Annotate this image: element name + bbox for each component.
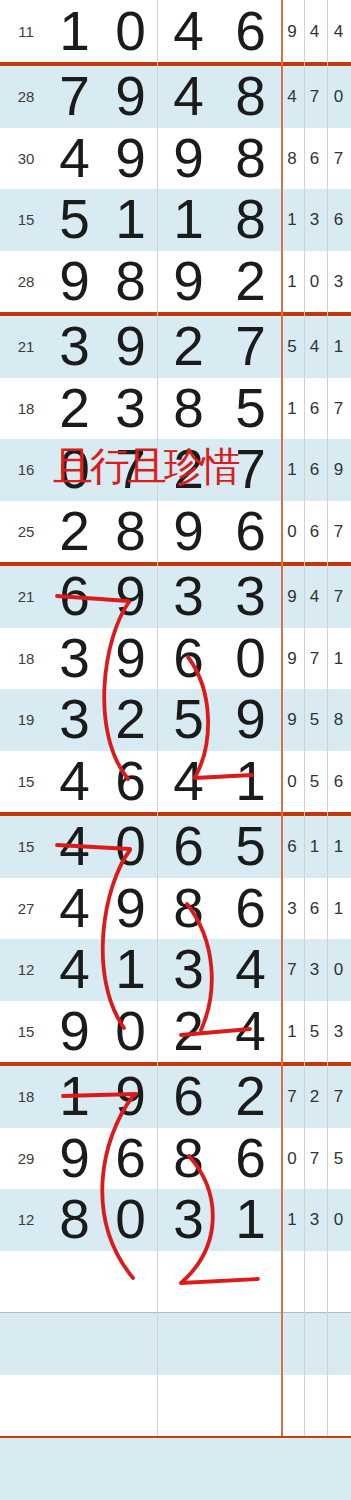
tail-digit-cell: 3 — [326, 273, 351, 290]
table-row: 304998867 — [0, 128, 351, 190]
tail-digit-cell: 1 — [281, 1211, 303, 1228]
tail-digit-cell: 6 — [303, 400, 326, 417]
tail-digit-cell: 8 — [281, 150, 303, 167]
draw-digit-cell: 1 — [157, 192, 219, 247]
draw-digit-cell: 7 — [219, 319, 281, 374]
accent-vertical-line — [281, 0, 283, 1436]
draw-digit-cell: 2 — [103, 692, 157, 747]
tail-digit-cell: 0 — [326, 1211, 351, 1228]
table-row: 181962727 — [0, 1066, 351, 1128]
draw-digit-cell: 6 — [157, 1069, 219, 1124]
tail-digit-cell: 9 — [281, 650, 303, 667]
draw-digit-cell: 8 — [219, 69, 281, 124]
tail-digit-cell: 7 — [326, 523, 351, 540]
tail-digit-cell: 1 — [326, 650, 351, 667]
table-row: 155118136 — [0, 189, 351, 251]
sum-label: 12 — [0, 1212, 45, 1227]
table-row: 182385167 — [0, 378, 351, 440]
draw-digit-cell: 9 — [103, 881, 157, 936]
tail-digit-cell: 1 — [281, 273, 303, 290]
table-row: 213927541 — [0, 316, 351, 378]
tail-digit-cell: 4 — [303, 338, 326, 355]
draw-digit-cell: 7 — [219, 442, 281, 497]
sum-label: 15 — [0, 1024, 45, 1039]
draw-digit-cell: 9 — [45, 1131, 103, 1186]
draw-digit-cell: 9 — [103, 631, 157, 686]
draw-digit-cell: 3 — [219, 569, 281, 624]
draw-digit-cell: 4 — [45, 942, 103, 997]
tail-digit-cell: 6 — [303, 523, 326, 540]
draw-digit-cell: 6 — [45, 569, 103, 624]
draw-digit-cell: 8 — [103, 504, 157, 559]
draw-digit-cell: 1 — [219, 1192, 281, 1247]
draw-digit-cell: 2 — [219, 1069, 281, 1124]
draw-digit-cell: 9 — [103, 1069, 157, 1124]
table-row: 274986361 — [0, 878, 351, 940]
sum-label: 11 — [0, 24, 45, 39]
tail-digit-cell: 6 — [303, 900, 326, 917]
tail-digit-cell: 1 — [326, 838, 351, 855]
draw-digit-cell: 1 — [103, 192, 157, 247]
table-row: 193259958 — [0, 689, 351, 751]
tail-digit-cell: 7 — [281, 1088, 303, 1105]
draw-digit-cell: 1 — [219, 754, 281, 809]
sum-label: 21 — [0, 339, 45, 354]
tail-digit-cell: 9 — [281, 23, 303, 40]
sum-label: 15 — [0, 212, 45, 227]
tail-digit-cell: 1 — [281, 1023, 303, 1040]
tail-digit-cell: 7 — [303, 88, 326, 105]
table-row: 128031130 — [0, 1189, 351, 1251]
table-row: 154641056 — [0, 751, 351, 813]
tail-digit-cell: 6 — [281, 838, 303, 855]
tail-digit-cell: 1 — [326, 338, 351, 355]
draw-digit-cell: 9 — [157, 131, 219, 186]
draw-digit-cell: 2 — [157, 1004, 219, 1059]
tail-digit-cell: 3 — [281, 900, 303, 917]
draw-digit-cell: 4 — [45, 754, 103, 809]
table-row: 216933947 — [0, 566, 351, 628]
tail-column-divider-line — [327, 0, 328, 1436]
sum-label: 28 — [0, 89, 45, 104]
tail-digit-cell: 1 — [281, 461, 303, 478]
draw-digit-cell: 8 — [219, 131, 281, 186]
draw-digit-cell: 9 — [103, 569, 157, 624]
tail-digit-cell: 7 — [303, 1150, 326, 1167]
draw-digit-cell: 9 — [45, 1004, 103, 1059]
table-row: 289892103 — [0, 251, 351, 313]
tail-digit-cell: 8 — [326, 711, 351, 728]
sum-label: 21 — [0, 589, 45, 604]
table-row: 299686075 — [0, 1128, 351, 1190]
sum-label: 28 — [0, 274, 45, 289]
draw-digit-cell: 4 — [157, 4, 219, 59]
draw-digit-cell: 9 — [157, 504, 219, 559]
sum-label: 25 — [0, 524, 45, 539]
draw-digit-cell: 5 — [157, 692, 219, 747]
tail-digit-cell: 2 — [303, 1088, 326, 1105]
tail-digit-cell: 7 — [326, 400, 351, 417]
draw-digit-cell: 8 — [157, 881, 219, 936]
tail-digit-cell: 7 — [326, 150, 351, 167]
tail-digit-cell: 0 — [281, 773, 303, 790]
tail-digit-cell: 6 — [303, 461, 326, 478]
draw-digit-cell: 0 — [103, 1004, 157, 1059]
tail-digit-cell: 0 — [281, 523, 303, 540]
draw-digit-cell: 6 — [219, 1131, 281, 1186]
tail-digit-cell: 5 — [326, 1150, 351, 1167]
table-row: 154065611 — [0, 816, 351, 878]
draw-digit-cell: 3 — [45, 319, 103, 374]
draw-digit-cell: 9 — [103, 319, 157, 374]
draw-digit-cell: 6 — [219, 881, 281, 936]
draw-digit-cell: 2 — [157, 442, 219, 497]
tail-digit-cell: 6 — [326, 773, 351, 790]
tail-digit-cell: 4 — [326, 23, 351, 40]
draw-digit-cell: 4 — [45, 131, 103, 186]
tail-digit-cell: 1 — [326, 900, 351, 917]
tail-digit-cell: 5 — [303, 773, 326, 790]
table-row: 160727169 — [0, 439, 351, 501]
table-row: 111046944 — [0, 0, 351, 62]
tail-digit-cell: 3 — [303, 211, 326, 228]
sum-label: 30 — [0, 151, 45, 166]
tail-digit-cell: 9 — [326, 461, 351, 478]
draw-digit-cell: 3 — [157, 569, 219, 624]
sum-label: 29 — [0, 1151, 45, 1166]
tail-digit-cell: 0 — [303, 273, 326, 290]
tail-digit-cell: 7 — [303, 650, 326, 667]
draw-digit-cell: 4 — [157, 69, 219, 124]
draw-digit-cell: 5 — [219, 381, 281, 436]
draw-digit-cell: 4 — [45, 881, 103, 936]
draw-digit-cell: 8 — [45, 1192, 103, 1247]
table-row: 287948470 — [0, 66, 351, 128]
tail-digit-cell: 4 — [281, 88, 303, 105]
draw-digit-cell: 5 — [219, 819, 281, 874]
tail-digit-cell: 6 — [303, 150, 326, 167]
draw-digit-cell: 9 — [103, 131, 157, 186]
column-divider-line — [157, 0, 158, 1436]
draw-digit-cell: 1 — [45, 1069, 103, 1124]
draw-digit-cell: 0 — [103, 1192, 157, 1247]
draw-digit-cell: 3 — [157, 1192, 219, 1247]
draw-digit-cell: 6 — [103, 1131, 157, 1186]
tail-digit-cell: 0 — [281, 1150, 303, 1167]
table-row: 252896067 — [0, 501, 351, 563]
draw-digit-cell: 6 — [157, 631, 219, 686]
tail-column-divider-line — [304, 0, 305, 1436]
draw-digit-cell: 6 — [157, 819, 219, 874]
number-grid: 1110469442879484703049988671551181362898… — [0, 0, 351, 1500]
table-row — [0, 1375, 351, 1437]
draw-digit-cell: 1 — [45, 4, 103, 59]
table-row: 183960971 — [0, 628, 351, 690]
draw-digit-cell: 2 — [45, 504, 103, 559]
table-row: 124134730 — [0, 939, 351, 1001]
draw-digit-cell: 6 — [219, 4, 281, 59]
sum-label: 16 — [0, 462, 45, 477]
draw-digit-cell: 4 — [45, 819, 103, 874]
sum-label: 27 — [0, 901, 45, 916]
sum-label: 15 — [0, 774, 45, 789]
sum-label: 18 — [0, 1089, 45, 1104]
tail-digit-cell: 5 — [303, 711, 326, 728]
draw-digit-cell: 3 — [103, 381, 157, 436]
table-row — [0, 1438, 351, 1500]
table-row — [0, 1313, 351, 1375]
sum-label: 15 — [0, 839, 45, 854]
draw-digit-cell: 3 — [157, 942, 219, 997]
tail-digit-cell: 3 — [326, 1023, 351, 1040]
sum-label: 18 — [0, 651, 45, 666]
table-row — [0, 1251, 351, 1313]
tail-digit-cell: 3 — [303, 961, 326, 978]
tail-digit-cell: 6 — [326, 211, 351, 228]
tail-digit-cell: 1 — [303, 838, 326, 855]
draw-digit-cell: 9 — [219, 692, 281, 747]
draw-digit-cell: 8 — [103, 254, 157, 309]
tail-digit-cell: 9 — [281, 588, 303, 605]
tail-digit-cell: 0 — [326, 88, 351, 105]
draw-digit-cell: 0 — [219, 631, 281, 686]
draw-digit-cell: 2 — [45, 381, 103, 436]
draw-digit-cell: 8 — [157, 381, 219, 436]
tail-digit-cell: 1 — [281, 400, 303, 417]
draw-digit-cell: 2 — [157, 319, 219, 374]
tail-digit-cell: 5 — [303, 1023, 326, 1040]
draw-digit-cell: 0 — [103, 4, 157, 59]
lottery-chart-screen: 1110469442879484703049988671551181362898… — [0, 0, 351, 1500]
draw-digit-cell: 6 — [103, 754, 157, 809]
draw-digit-cell: 0 — [103, 819, 157, 874]
draw-digit-cell: 4 — [157, 754, 219, 809]
draw-digit-cell: 0 — [45, 442, 103, 497]
draw-digit-cell: 7 — [45, 69, 103, 124]
draw-digit-cell: 4 — [219, 942, 281, 997]
draw-digit-cell: 7 — [103, 442, 157, 497]
sum-label: 12 — [0, 962, 45, 977]
draw-digit-cell: 5 — [45, 192, 103, 247]
tail-digit-cell: 4 — [303, 588, 326, 605]
tail-digit-cell: 7 — [326, 1088, 351, 1105]
draw-digit-cell: 3 — [45, 692, 103, 747]
draw-digit-cell: 9 — [157, 254, 219, 309]
tail-digit-cell: 7 — [326, 588, 351, 605]
tail-digit-cell: 1 — [281, 211, 303, 228]
draw-digit-cell: 3 — [45, 631, 103, 686]
tail-digit-cell: 0 — [326, 961, 351, 978]
tail-digit-cell: 7 — [281, 961, 303, 978]
draw-digit-cell: 6 — [219, 504, 281, 559]
draw-digit-cell: 8 — [219, 192, 281, 247]
table-row: 159024153 — [0, 1001, 351, 1063]
draw-digit-cell: 1 — [103, 942, 157, 997]
tail-digit-cell: 9 — [281, 711, 303, 728]
tail-digit-cell: 3 — [303, 1211, 326, 1228]
sum-label: 19 — [0, 712, 45, 727]
tail-digit-cell: 4 — [303, 23, 326, 40]
tail-digit-cell: 5 — [281, 338, 303, 355]
draw-digit-cell: 9 — [45, 254, 103, 309]
draw-digit-cell: 8 — [157, 1131, 219, 1186]
draw-digit-cell: 4 — [219, 1004, 281, 1059]
draw-digit-cell: 9 — [103, 69, 157, 124]
draw-digit-cell: 2 — [219, 254, 281, 309]
sum-label: 18 — [0, 401, 45, 416]
